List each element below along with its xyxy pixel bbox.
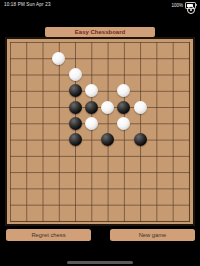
status-time: 10:18 PM Sun Apr 23 — [4, 2, 51, 7]
white-stone — [85, 84, 98, 97]
status-bar: 10:18 PM Sun Apr 23 100% — [0, 0, 200, 9]
black-stone — [101, 133, 114, 146]
white-stone — [101, 101, 114, 114]
white-stone — [69, 68, 82, 81]
gomoku-board[interactable] — [5, 37, 195, 226]
battery-percentage: 100% — [171, 3, 183, 8]
black-stone — [69, 117, 82, 130]
black-stone — [69, 84, 82, 97]
page-title: Easy Chessboard — [75, 29, 125, 35]
black-stone — [69, 133, 82, 146]
gear-icon[interactable] — [187, 6, 195, 14]
white-stone — [85, 117, 98, 130]
new-game-button[interactable]: New game — [110, 229, 195, 241]
home-indicator[interactable] — [67, 261, 133, 264]
black-stone — [69, 101, 82, 114]
black-stone — [85, 101, 98, 114]
undo-button[interactable]: Regret chess — [6, 229, 91, 241]
white-stone — [52, 52, 65, 65]
white-stone — [117, 84, 130, 97]
black-stone — [117, 101, 130, 114]
white-stone — [134, 101, 147, 114]
white-stone — [117, 117, 130, 130]
app-screen: 10:18 PM Sun Apr 23 100% Easy Chessboard… — [0, 0, 200, 266]
title-banner: Easy Chessboard — [45, 27, 155, 37]
board-grid-lines — [10, 42, 190, 222]
black-stone — [134, 133, 147, 146]
new-game-button-label: New game — [139, 232, 167, 238]
undo-button-label: Regret chess — [31, 232, 65, 238]
